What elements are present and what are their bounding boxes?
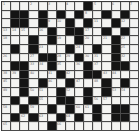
cell-r7-c8[interactable]: 29 bbox=[66, 54, 75, 63]
clue-number: 7 bbox=[130, 2, 132, 5]
cell-r8-c6-block bbox=[48, 62, 57, 71]
cell-r14-c1[interactable] bbox=[2, 114, 11, 123]
cell-r1-c3[interactable] bbox=[20, 2, 29, 11]
cell-r4-c4[interactable] bbox=[29, 28, 38, 37]
clue-number: 36 bbox=[76, 62, 80, 65]
clue-number: 16 bbox=[39, 28, 43, 31]
cell-r6-c2-block bbox=[11, 45, 20, 54]
cell-r7-c3[interactable] bbox=[20, 54, 29, 63]
cell-r15-c13[interactable] bbox=[112, 122, 121, 131]
cell-r11-c15[interactable] bbox=[130, 88, 139, 97]
cell-r15-c1[interactable]: 65 bbox=[2, 122, 11, 131]
cell-r8-c10-block bbox=[84, 62, 93, 71]
cell-r5-c2[interactable] bbox=[11, 36, 20, 45]
clue-number: 59 bbox=[30, 105, 34, 108]
cell-r13-c4[interactable]: 59 bbox=[29, 105, 38, 114]
cell-r9-c3-block bbox=[20, 71, 29, 80]
cell-r3-c1[interactable] bbox=[2, 19, 11, 28]
cell-r9-c1[interactable]: 38 bbox=[2, 71, 11, 80]
clue-number: 30 bbox=[85, 54, 89, 57]
cell-r12-c7-block bbox=[57, 97, 66, 106]
cell-r10-c6[interactable]: 46 bbox=[48, 79, 57, 88]
cell-r6-c12[interactable] bbox=[102, 45, 111, 54]
clue-number: 23 bbox=[39, 45, 43, 48]
cell-r10-c9[interactable]: 47 bbox=[75, 79, 84, 88]
cell-r4-c12-block bbox=[102, 28, 111, 37]
clue-number: 10 bbox=[57, 19, 61, 22]
cell-r14-c2-block bbox=[11, 114, 20, 123]
clue-number: 19 bbox=[57, 36, 61, 39]
cell-r13-c8-block bbox=[66, 105, 75, 114]
cell-r12-c8-block bbox=[66, 97, 75, 106]
cell-r9-c11-block bbox=[93, 71, 102, 80]
cell-r8-c15[interactable] bbox=[130, 62, 139, 71]
cell-r9-c14[interactable] bbox=[121, 71, 130, 80]
cell-r4-c2[interactable]: 14 bbox=[11, 28, 20, 37]
cell-r6-c6[interactable] bbox=[48, 45, 57, 54]
cell-r1-c14[interactable] bbox=[121, 2, 130, 11]
cell-r2-c1[interactable] bbox=[2, 11, 11, 20]
cell-r3-c13-block bbox=[112, 19, 121, 28]
cell-r3-c2-block bbox=[11, 19, 20, 28]
clue-number: 43 bbox=[103, 71, 107, 74]
cell-r8-c12[interactable] bbox=[102, 62, 111, 71]
cell-r15-c7[interactable]: 66 bbox=[57, 122, 66, 131]
clue-number: 48 bbox=[94, 79, 98, 82]
cell-r15-c12[interactable] bbox=[102, 122, 111, 131]
cell-r3-c15[interactable] bbox=[130, 19, 139, 28]
cell-r9-c6[interactable]: 41 bbox=[48, 71, 57, 80]
cell-r5-c15[interactable] bbox=[130, 36, 139, 45]
cell-r9-c7-block bbox=[57, 71, 66, 80]
cell-r12-c14[interactable] bbox=[121, 97, 130, 106]
cell-r2-c8[interactable] bbox=[66, 11, 75, 20]
cell-r5-c13-block bbox=[112, 36, 121, 45]
cell-r2-c6[interactable] bbox=[48, 11, 57, 20]
clue-number: 9 bbox=[48, 19, 50, 22]
cell-r2-c2-block bbox=[11, 11, 20, 20]
cell-r3-c14[interactable]: 12 bbox=[121, 19, 130, 28]
cell-r2-c12-block bbox=[102, 11, 111, 20]
cell-r4-c13[interactable] bbox=[112, 28, 121, 37]
cell-r9-c2[interactable]: 39 bbox=[11, 71, 20, 80]
cell-r15-c15[interactable] bbox=[130, 122, 139, 131]
cell-r14-c6[interactable] bbox=[48, 114, 57, 123]
cell-r10-c10[interactable] bbox=[84, 79, 93, 88]
cell-r5-c9-block bbox=[75, 36, 84, 45]
cell-r15-c8[interactable] bbox=[66, 122, 75, 131]
crossword-grid: 1234567891011121314151617181920212223242… bbox=[1, 1, 139, 131]
cell-r5-c7[interactable]: 19 bbox=[57, 36, 66, 45]
cell-r10-c7[interactable] bbox=[57, 79, 66, 88]
clue-number: 66 bbox=[57, 122, 61, 125]
cell-r15-c5[interactable] bbox=[39, 122, 48, 131]
cell-r3-c12[interactable] bbox=[102, 19, 111, 28]
cell-r1-c8[interactable]: 4 bbox=[66, 2, 75, 11]
clue-number: 41 bbox=[48, 71, 52, 74]
cell-r10-c12-block bbox=[102, 79, 111, 88]
cell-r6-c7[interactable] bbox=[57, 45, 66, 54]
crossword-page: 1234567891011121314151617181920212223242… bbox=[0, 0, 140, 132]
cell-r2-c7-block bbox=[57, 11, 66, 20]
clue-number: 57 bbox=[103, 97, 107, 100]
cell-r6-c9[interactable]: 24 bbox=[75, 45, 84, 54]
cell-r5-c11[interactable] bbox=[93, 36, 102, 45]
cell-r1-c11[interactable]: 5 bbox=[93, 2, 102, 11]
cell-r4-c6-block bbox=[48, 28, 57, 37]
cell-r3-c4[interactable] bbox=[29, 19, 38, 28]
clue-number: 20 bbox=[85, 36, 89, 39]
clue-number: 14 bbox=[12, 28, 16, 31]
cell-r11-c13[interactable]: 53 bbox=[112, 88, 121, 97]
clue-number: 27 bbox=[30, 54, 34, 57]
cell-r6-c3[interactable] bbox=[20, 45, 29, 54]
cell-r4-c15[interactable] bbox=[130, 28, 139, 37]
cell-r5-c6-block bbox=[48, 36, 57, 45]
cell-r15-c9[interactable] bbox=[75, 122, 84, 131]
cell-r8-c8[interactable] bbox=[66, 62, 75, 71]
clue-number: 54 bbox=[121, 88, 125, 91]
cell-r12-c9[interactable] bbox=[75, 97, 84, 106]
cell-r12-c5[interactable]: 55 bbox=[39, 97, 48, 106]
cell-r11-c3-block bbox=[20, 88, 29, 97]
cell-r4-c8-block bbox=[66, 28, 75, 37]
clue-number: 17 bbox=[85, 28, 89, 31]
clue-number: 35 bbox=[57, 62, 61, 65]
cell-r7-c12[interactable] bbox=[102, 54, 111, 63]
cell-r11-c7-block bbox=[57, 88, 66, 97]
cell-r7-c13-block bbox=[112, 54, 121, 63]
cell-r1-c15[interactable]: 7 bbox=[130, 2, 139, 11]
clue-number: 5 bbox=[94, 2, 96, 5]
cell-r11-c11[interactable] bbox=[93, 88, 102, 97]
cell-r14-c13-block bbox=[112, 114, 121, 123]
cell-r5-c5[interactable] bbox=[39, 36, 48, 45]
cell-r3-c3-block bbox=[20, 19, 29, 28]
cell-r1-c12[interactable] bbox=[102, 2, 111, 11]
clue-number: 3 bbox=[48, 2, 50, 5]
cell-r8-c2-block bbox=[11, 62, 20, 71]
cell-r13-c1[interactable]: 58 bbox=[2, 105, 11, 114]
cell-r11-c6[interactable] bbox=[48, 88, 57, 97]
cell-r4-c14-block bbox=[121, 28, 130, 37]
cell-r3-c7[interactable]: 10 bbox=[57, 19, 66, 28]
cell-r13-c9[interactable]: 60 bbox=[75, 105, 84, 114]
cell-r11-c12-block bbox=[102, 88, 111, 97]
cell-r9-c12[interactable]: 43 bbox=[102, 71, 111, 80]
cell-r3-c11[interactable]: 11 bbox=[93, 19, 102, 28]
cell-r4-c11[interactable] bbox=[93, 28, 102, 37]
cell-r1-c10-block bbox=[84, 2, 93, 11]
cell-r14-c7-block bbox=[57, 114, 66, 123]
cell-r14-c5[interactable]: 63 bbox=[39, 114, 48, 123]
cell-r8-c3-block bbox=[20, 62, 29, 71]
cell-r2-c14-block bbox=[121, 11, 130, 20]
cell-r12-c4-block bbox=[29, 97, 38, 106]
cell-r12-c1[interactable] bbox=[2, 97, 11, 106]
clue-number: 40 bbox=[30, 71, 34, 74]
cell-r15-c10[interactable] bbox=[84, 122, 93, 131]
cell-r13-c13-block bbox=[112, 105, 121, 114]
cell-r6-c5[interactable]: 23 bbox=[39, 45, 48, 54]
clue-number: 1 bbox=[3, 2, 5, 5]
clue-number: 37 bbox=[94, 62, 98, 65]
cell-r13-c5[interactable] bbox=[39, 105, 48, 114]
clue-number: 34 bbox=[39, 62, 43, 65]
clue-number: 39 bbox=[12, 71, 16, 74]
clue-number: 26 bbox=[3, 54, 7, 57]
clue-number: 55 bbox=[39, 97, 43, 100]
clue-number: 38 bbox=[3, 71, 7, 74]
clue-number: 24 bbox=[76, 45, 80, 48]
cell-r7-c10[interactable]: 30 bbox=[84, 54, 93, 63]
cell-r5-c4-block bbox=[29, 36, 38, 45]
cell-r13-c15[interactable] bbox=[130, 105, 139, 114]
cell-r10-c3-block bbox=[20, 79, 29, 88]
clue-number: 33 bbox=[30, 62, 34, 65]
cell-r1-c7[interactable] bbox=[57, 2, 66, 11]
cell-r6-c1[interactable] bbox=[2, 45, 11, 54]
cell-r6-c11-block bbox=[93, 45, 102, 54]
cell-r13-c10[interactable]: 61 bbox=[84, 105, 93, 114]
cell-r3-c10-block bbox=[84, 19, 93, 28]
cell-r9-c8[interactable]: 42 bbox=[66, 71, 75, 80]
cell-r12-c15[interactable] bbox=[130, 97, 139, 106]
cell-r12-c2-block bbox=[11, 97, 20, 106]
cell-r7-c2[interactable] bbox=[11, 54, 20, 63]
cell-r7-c6-block bbox=[48, 54, 57, 63]
cell-r9-c13[interactable]: 44 bbox=[112, 71, 121, 80]
cell-r14-c12[interactable] bbox=[102, 114, 111, 123]
clue-number: 53 bbox=[112, 88, 116, 91]
clue-number: 31 bbox=[94, 54, 98, 57]
cell-r14-c8[interactable]: 64 bbox=[66, 114, 75, 123]
cell-r12-c10-block bbox=[84, 97, 93, 106]
cell-r9-c5[interactable] bbox=[39, 71, 48, 80]
cell-r10-c14-block bbox=[121, 79, 130, 88]
cell-r11-c4[interactable]: 50 bbox=[29, 88, 38, 97]
cell-r7-c4[interactable]: 27 bbox=[29, 54, 38, 63]
cell-r11-c5[interactable]: 51 bbox=[39, 88, 48, 97]
cell-r9-c9[interactable] bbox=[75, 71, 84, 80]
cell-r4-c10[interactable]: 17 bbox=[84, 28, 93, 37]
cell-r10-c13[interactable] bbox=[112, 79, 121, 88]
cell-r5-c12[interactable]: 21 bbox=[102, 36, 111, 45]
cell-r9-c10-block bbox=[84, 71, 93, 80]
cell-r6-c4-block bbox=[29, 45, 38, 54]
cell-r6-c13-block bbox=[112, 45, 121, 54]
cell-r10-c11[interactable]: 48 bbox=[93, 79, 102, 88]
cell-r2-c10[interactable]: 8 bbox=[84, 11, 93, 20]
cell-r8-c11[interactable]: 37 bbox=[93, 62, 102, 71]
cell-r2-c15[interactable] bbox=[130, 11, 139, 20]
clue-number: 4 bbox=[66, 2, 68, 5]
cell-r13-c12[interactable] bbox=[102, 105, 111, 114]
cell-r7-c9-block bbox=[75, 54, 84, 63]
cell-r15-c2[interactable] bbox=[11, 122, 20, 131]
cell-r3-c9[interactable] bbox=[75, 19, 84, 28]
cell-r1-c13[interactable]: 6 bbox=[112, 2, 121, 11]
cell-r14-c10[interactable] bbox=[84, 114, 93, 123]
clue-number: 32 bbox=[121, 54, 125, 57]
cell-r8-c14-block bbox=[121, 62, 130, 71]
cell-r9-c4[interactable]: 40 bbox=[29, 71, 38, 80]
cell-r7-c11[interactable]: 31 bbox=[93, 54, 102, 63]
cell-r7-c15[interactable] bbox=[130, 54, 139, 63]
clue-number: 29 bbox=[66, 54, 70, 57]
cell-r11-c9[interactable] bbox=[75, 88, 84, 97]
cell-r15-c11[interactable] bbox=[93, 122, 102, 131]
cell-r12-c11[interactable]: 56 bbox=[93, 97, 102, 106]
cell-r6-c14[interactable]: 25 bbox=[121, 45, 130, 54]
cell-r1-c9[interactable] bbox=[75, 2, 84, 11]
cell-r2-c5-block bbox=[39, 11, 48, 20]
clue-number: 13 bbox=[3, 28, 7, 31]
clue-number: 49 bbox=[3, 88, 7, 91]
cell-r1-c2[interactable] bbox=[11, 2, 20, 11]
cell-r12-c12[interactable]: 57 bbox=[102, 97, 111, 106]
clue-number: 18 bbox=[3, 36, 7, 39]
cell-r5-c1[interactable]: 18 bbox=[2, 36, 11, 45]
cell-r8-c7[interactable]: 35 bbox=[57, 62, 66, 71]
cell-r5-c3[interactable] bbox=[20, 36, 29, 45]
clue-number: 11 bbox=[94, 19, 98, 22]
cell-r14-c4-block bbox=[29, 114, 38, 123]
clue-number: 8 bbox=[85, 11, 87, 14]
cell-r13-c6-block bbox=[48, 105, 57, 114]
clue-number: 60 bbox=[76, 105, 80, 108]
cell-r5-c8[interactable] bbox=[66, 36, 75, 45]
clue-number: 61 bbox=[85, 105, 89, 108]
cell-r5-c10[interactable]: 20 bbox=[84, 36, 93, 45]
clue-number: 65 bbox=[3, 122, 7, 125]
cell-r12-c3[interactable] bbox=[20, 97, 29, 106]
cell-r15-c4[interactable] bbox=[29, 122, 38, 131]
cell-r14-c14-block bbox=[121, 114, 130, 123]
clue-number: 21 bbox=[103, 36, 107, 39]
cell-r13-c11-block bbox=[93, 105, 102, 114]
clue-number: 46 bbox=[48, 79, 52, 82]
cell-r2-c3-block bbox=[20, 11, 29, 20]
cell-r8-c1[interactable] bbox=[2, 62, 11, 71]
cell-r8-c9[interactable]: 36 bbox=[75, 62, 84, 71]
cell-r6-c15[interactable] bbox=[130, 45, 139, 54]
clue-number: 22 bbox=[121, 36, 125, 39]
cell-r11-c1[interactable]: 49 bbox=[2, 88, 11, 97]
clue-number: 62 bbox=[21, 114, 25, 117]
cell-r6-c10[interactable] bbox=[84, 45, 93, 54]
clue-number: 63 bbox=[39, 114, 43, 117]
cell-r10-c5-block bbox=[39, 79, 48, 88]
clue-number: 45 bbox=[3, 79, 7, 82]
cell-r15-c6-block bbox=[48, 122, 57, 131]
cell-r4-c1[interactable]: 13 bbox=[2, 28, 11, 37]
cell-r2-c11[interactable] bbox=[93, 11, 102, 20]
cell-r13-c3-block bbox=[20, 105, 29, 114]
cell-r2-c9-block bbox=[75, 11, 84, 20]
cell-r4-c7[interactable] bbox=[57, 28, 66, 37]
cell-r10-c15[interactable] bbox=[130, 79, 139, 88]
clue-number: 15 bbox=[21, 28, 25, 31]
cell-r3-c8-block bbox=[66, 19, 75, 28]
cell-r10-c8-block bbox=[66, 79, 75, 88]
cell-r8-c13-block bbox=[112, 62, 121, 71]
cell-r15-c14[interactable] bbox=[121, 122, 130, 131]
cell-r1-c1[interactable]: 1 bbox=[2, 2, 11, 11]
cell-r8-c5[interactable]: 34 bbox=[39, 62, 48, 71]
clue-number: 47 bbox=[76, 79, 80, 82]
cell-r11-c8[interactable]: 52 bbox=[66, 88, 75, 97]
cell-r7-c7[interactable]: 28 bbox=[57, 54, 66, 63]
cell-r1-c5[interactable] bbox=[39, 2, 48, 11]
cell-r11-c2[interactable] bbox=[11, 88, 20, 97]
cell-r2-c4[interactable] bbox=[29, 11, 38, 20]
cell-r14-c15[interactable] bbox=[130, 114, 139, 123]
cell-r5-c14[interactable]: 22 bbox=[121, 36, 130, 45]
cell-r15-c3[interactable] bbox=[20, 122, 29, 131]
cell-r14-c11-block bbox=[93, 114, 102, 123]
cell-r7-c5-block bbox=[39, 54, 48, 63]
clue-number: 50 bbox=[30, 88, 34, 91]
cell-r10-c1[interactable]: 45 bbox=[2, 79, 11, 88]
cell-r3-c6[interactable]: 9 bbox=[48, 19, 57, 28]
clue-number: 44 bbox=[112, 71, 116, 74]
cell-r1-c4[interactable]: 2 bbox=[29, 2, 38, 11]
cell-r9-c15[interactable] bbox=[130, 71, 139, 80]
clue-number: 6 bbox=[112, 2, 114, 5]
clue-number: 42 bbox=[66, 71, 70, 74]
cell-r10-c2[interactable] bbox=[11, 79, 20, 88]
clue-number: 2 bbox=[30, 2, 32, 5]
cell-r4-c9-block bbox=[75, 28, 84, 37]
cell-r10-c4[interactable] bbox=[29, 79, 38, 88]
clue-number: 52 bbox=[66, 88, 70, 91]
cell-r2-c13[interactable] bbox=[112, 11, 121, 20]
clue-number: 51 bbox=[39, 88, 43, 91]
cell-r6-c8-block bbox=[66, 45, 75, 54]
cell-r4-c5[interactable]: 16 bbox=[39, 28, 48, 37]
cell-r14-c3[interactable]: 62 bbox=[20, 114, 29, 123]
cell-r13-c14-block bbox=[121, 105, 130, 114]
cell-r13-c7[interactable] bbox=[57, 105, 66, 114]
clue-number: 64 bbox=[66, 114, 70, 117]
clue-number: 58 bbox=[3, 105, 7, 108]
cell-r12-c6[interactable] bbox=[48, 97, 57, 106]
cell-r14-c9-block bbox=[75, 114, 84, 123]
cell-r13-c2[interactable] bbox=[11, 105, 20, 114]
cell-r4-c3[interactable]: 15 bbox=[20, 28, 29, 37]
cell-r11-c14[interactable]: 54 bbox=[121, 88, 130, 97]
cell-r7-c1[interactable]: 26 bbox=[2, 54, 11, 63]
cell-r7-c14[interactable]: 32 bbox=[121, 54, 130, 63]
cell-r8-c4[interactable]: 33 bbox=[29, 62, 38, 71]
cell-r12-c13[interactable] bbox=[112, 97, 121, 106]
clue-number: 56 bbox=[94, 97, 98, 100]
clue-number: 12 bbox=[121, 19, 125, 22]
cell-r11-c10-block bbox=[84, 88, 93, 97]
clue-number: 28 bbox=[57, 54, 61, 57]
clue-number: 25 bbox=[121, 45, 125, 48]
cell-r1-c6[interactable]: 3 bbox=[48, 2, 57, 11]
cell-r3-c5-block bbox=[39, 19, 48, 28]
